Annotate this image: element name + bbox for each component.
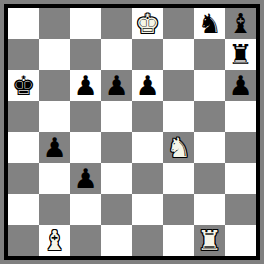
square-d6[interactable]: ♟ (101, 70, 132, 101)
square-g4[interactable] (194, 132, 225, 163)
piece-black-pawn[interactable]: ♟ (42, 132, 66, 163)
square-b7[interactable] (39, 39, 70, 70)
square-b6[interactable] (39, 70, 70, 101)
square-b4[interactable]: ♟ (39, 132, 70, 163)
piece-black-pawn[interactable]: ♟ (73, 163, 97, 194)
square-d5[interactable] (101, 101, 132, 132)
piece-black-pawn[interactable]: ♟ (135, 70, 159, 101)
square-e4[interactable] (132, 132, 163, 163)
square-g6[interactable] (194, 70, 225, 101)
piece-white-bishop[interactable]: ♝ (42, 225, 66, 256)
square-a4[interactable] (8, 132, 39, 163)
square-b3[interactable] (39, 163, 70, 194)
square-d8[interactable] (101, 8, 132, 39)
square-c1[interactable] (70, 225, 101, 256)
piece-white-rook[interactable]: ♜ (197, 225, 221, 256)
square-d1[interactable] (101, 225, 132, 256)
square-h6[interactable]: ♟ (225, 70, 256, 101)
square-h8[interactable]: ♝ (225, 8, 256, 39)
piece-black-pawn[interactable]: ♟ (73, 70, 97, 101)
chess-board: ♚♞♝♜♚♟♟♟♟♟♞♟♝♜ (8, 8, 256, 256)
square-d7[interactable] (101, 39, 132, 70)
square-a2[interactable] (8, 194, 39, 225)
square-a5[interactable] (8, 101, 39, 132)
square-h4[interactable] (225, 132, 256, 163)
square-h5[interactable] (225, 101, 256, 132)
square-a3[interactable] (8, 163, 39, 194)
piece-black-pawn[interactable]: ♟ (104, 70, 128, 101)
square-h1[interactable] (225, 225, 256, 256)
square-b8[interactable] (39, 8, 70, 39)
square-g8[interactable]: ♞ (194, 8, 225, 39)
square-f5[interactable] (163, 101, 194, 132)
square-c3[interactable]: ♟ (70, 163, 101, 194)
square-b5[interactable] (39, 101, 70, 132)
square-a8[interactable] (8, 8, 39, 39)
square-d3[interactable] (101, 163, 132, 194)
square-f2[interactable] (163, 194, 194, 225)
piece-white-king[interactable]: ♚ (135, 8, 159, 39)
piece-black-king[interactable]: ♚ (11, 70, 35, 101)
square-g3[interactable] (194, 163, 225, 194)
square-b2[interactable] (39, 194, 70, 225)
square-g5[interactable] (194, 101, 225, 132)
board-border: ♚♞♝♜♚♟♟♟♟♟♞♟♝♜ (4, 4, 260, 260)
square-e2[interactable] (132, 194, 163, 225)
square-c6[interactable]: ♟ (70, 70, 101, 101)
piece-black-bishop[interactable]: ♝ (228, 8, 252, 39)
square-h2[interactable] (225, 194, 256, 225)
square-a6[interactable]: ♚ (8, 70, 39, 101)
square-e5[interactable] (132, 101, 163, 132)
square-c7[interactable] (70, 39, 101, 70)
square-f6[interactable] (163, 70, 194, 101)
square-a7[interactable] (8, 39, 39, 70)
square-c2[interactable] (70, 194, 101, 225)
square-e3[interactable] (132, 163, 163, 194)
square-f8[interactable] (163, 8, 194, 39)
square-g1[interactable]: ♜ (194, 225, 225, 256)
square-c5[interactable] (70, 101, 101, 132)
piece-black-rook[interactable]: ♜ (228, 39, 252, 70)
square-e6[interactable]: ♟ (132, 70, 163, 101)
square-e1[interactable] (132, 225, 163, 256)
square-h3[interactable] (225, 163, 256, 194)
square-g7[interactable] (194, 39, 225, 70)
square-h7[interactable]: ♜ (225, 39, 256, 70)
square-d2[interactable] (101, 194, 132, 225)
square-a1[interactable] (8, 225, 39, 256)
chess-board-frame: ♚♞♝♜♚♟♟♟♟♟♞♟♝♜ (0, 0, 264, 264)
square-f4[interactable]: ♞ (163, 132, 194, 163)
square-c4[interactable] (70, 132, 101, 163)
piece-black-pawn[interactable]: ♟ (228, 70, 252, 101)
square-g2[interactable] (194, 194, 225, 225)
piece-white-knight[interactable]: ♞ (166, 132, 190, 163)
square-f1[interactable] (163, 225, 194, 256)
square-c8[interactable] (70, 8, 101, 39)
square-e8[interactable]: ♚ (132, 8, 163, 39)
piece-black-knight[interactable]: ♞ (197, 8, 221, 39)
square-d4[interactable] (101, 132, 132, 163)
square-f7[interactable] (163, 39, 194, 70)
square-f3[interactable] (163, 163, 194, 194)
square-e7[interactable] (132, 39, 163, 70)
square-b1[interactable]: ♝ (39, 225, 70, 256)
